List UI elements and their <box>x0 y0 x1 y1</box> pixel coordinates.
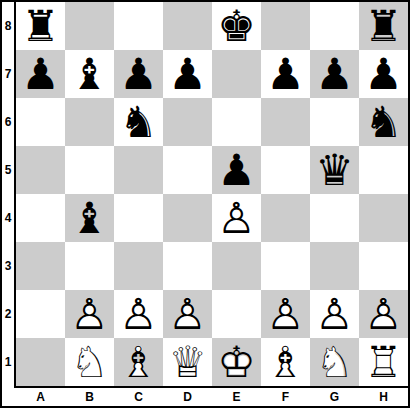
chess-diagram: 87654321 ♜♚♜♟♝♟♟♟♟♟♞♞♟♛♝♟♙♟♙♟♙♟♙♟♙♟♙♟♙♞♘… <box>0 0 410 408</box>
black-knight[interactable]: ♞ <box>359 98 408 146</box>
file-label-g: G <box>310 388 359 406</box>
rank-label-5: 5 <box>2 146 14 194</box>
square-d7[interactable]: ♟ <box>163 50 212 98</box>
chess-board: ♜♚♜♟♝♟♟♟♟♟♞♞♟♛♝♟♙♟♙♟♙♟♙♟♙♟♙♟♙♞♘♝♗♛♕♚♔♝♗♞… <box>16 2 408 388</box>
square-f5[interactable] <box>261 146 310 194</box>
black-pawn[interactable]: ♟ <box>16 50 65 98</box>
piece-outline: ♘ <box>65 338 114 386</box>
square-f1[interactable]: ♝♗ <box>261 338 310 386</box>
rank-label-6: 6 <box>2 98 14 146</box>
square-h2[interactable]: ♟♙ <box>359 290 408 338</box>
black-pawn[interactable]: ♟ <box>261 50 310 98</box>
piece-outline: ♕ <box>163 338 212 386</box>
white-pawn[interactable]: ♟♙ <box>114 290 163 338</box>
piece-outline: ♙ <box>114 290 163 338</box>
square-c8[interactable] <box>114 2 163 50</box>
square-a5[interactable] <box>16 146 65 194</box>
square-b7[interactable]: ♝ <box>65 50 114 98</box>
piece-outline: ♖ <box>359 338 408 386</box>
file-label-f: F <box>261 388 310 406</box>
black-pawn[interactable]: ♟ <box>310 50 359 98</box>
square-f2[interactable]: ♟♙ <box>261 290 310 338</box>
black-bishop[interactable]: ♝ <box>65 194 114 242</box>
square-d8[interactable] <box>163 2 212 50</box>
square-c3[interactable] <box>114 242 163 290</box>
piece-outline: ♗ <box>261 338 310 386</box>
white-queen[interactable]: ♛♕ <box>163 338 212 386</box>
black-king[interactable]: ♚ <box>212 2 261 50</box>
square-a1[interactable] <box>16 338 65 386</box>
rank-labels: 87654321 <box>2 2 16 388</box>
square-e1[interactable]: ♚♔ <box>212 338 261 386</box>
piece-outline: ♙ <box>163 290 212 338</box>
piece-outline: ♙ <box>310 290 359 338</box>
square-g2[interactable]: ♟♙ <box>310 290 359 338</box>
file-label-d: D <box>163 388 212 406</box>
piece-outline: ♘ <box>310 338 359 386</box>
file-label-c: C <box>114 388 163 406</box>
square-b8[interactable] <box>65 2 114 50</box>
rank-label-1: 1 <box>2 338 14 386</box>
square-g7[interactable]: ♟ <box>310 50 359 98</box>
piece-outline: ♙ <box>212 194 261 242</box>
white-pawn[interactable]: ♟♙ <box>212 194 261 242</box>
square-a7[interactable]: ♟ <box>16 50 65 98</box>
square-e8[interactable]: ♚ <box>212 2 261 50</box>
piece-outline: ♔ <box>212 338 261 386</box>
black-pawn[interactable]: ♟ <box>359 50 408 98</box>
square-g4[interactable] <box>310 194 359 242</box>
square-a3[interactable] <box>16 242 65 290</box>
square-d3[interactable] <box>163 242 212 290</box>
white-knight[interactable]: ♞♘ <box>310 338 359 386</box>
square-c5[interactable] <box>114 146 163 194</box>
square-b5[interactable] <box>65 146 114 194</box>
file-label-a: A <box>16 388 65 406</box>
white-pawn[interactable]: ♟♙ <box>359 290 408 338</box>
square-f6[interactable] <box>261 98 310 146</box>
square-h8[interactable]: ♜ <box>359 2 408 50</box>
file-labels: ABCDEFGH <box>16 388 408 406</box>
piece-outline: ♙ <box>359 290 408 338</box>
square-e5[interactable]: ♟ <box>212 146 261 194</box>
square-d1[interactable]: ♛♕ <box>163 338 212 386</box>
file-label-e: E <box>212 388 261 406</box>
white-knight[interactable]: ♞♘ <box>65 338 114 386</box>
square-d6[interactable] <box>163 98 212 146</box>
square-c2[interactable]: ♟♙ <box>114 290 163 338</box>
white-pawn[interactable]: ♟♙ <box>261 290 310 338</box>
square-c1[interactable]: ♝♗ <box>114 338 163 386</box>
square-h4[interactable] <box>359 194 408 242</box>
square-b3[interactable] <box>65 242 114 290</box>
piece-outline: ♙ <box>65 290 114 338</box>
square-e4[interactable]: ♟♙ <box>212 194 261 242</box>
square-f4[interactable] <box>261 194 310 242</box>
black-rook[interactable]: ♜ <box>359 2 408 50</box>
square-a8[interactable]: ♜ <box>16 2 65 50</box>
file-label-h: H <box>359 388 408 406</box>
square-c7[interactable]: ♟ <box>114 50 163 98</box>
white-pawn[interactable]: ♟♙ <box>163 290 212 338</box>
rank-label-2: 2 <box>2 290 14 338</box>
black-pawn[interactable]: ♟ <box>114 50 163 98</box>
square-e2[interactable] <box>212 290 261 338</box>
square-h1[interactable]: ♜♖ <box>359 338 408 386</box>
square-b6[interactable] <box>65 98 114 146</box>
white-pawn[interactable]: ♟♙ <box>310 290 359 338</box>
square-g5[interactable]: ♛ <box>310 146 359 194</box>
square-h3[interactable] <box>359 242 408 290</box>
corner-spacer <box>2 388 16 406</box>
black-pawn[interactable]: ♟ <box>163 50 212 98</box>
square-f8[interactable] <box>261 2 310 50</box>
square-g8[interactable] <box>310 2 359 50</box>
black-pawn[interactable]: ♟ <box>212 146 261 194</box>
black-bishop[interactable]: ♝ <box>65 50 114 98</box>
square-a4[interactable] <box>16 194 65 242</box>
square-h6[interactable]: ♞ <box>359 98 408 146</box>
square-d5[interactable] <box>163 146 212 194</box>
square-b2[interactable]: ♟♙ <box>65 290 114 338</box>
square-f3[interactable] <box>261 242 310 290</box>
square-c4[interactable] <box>114 194 163 242</box>
white-bishop[interactable]: ♝♗ <box>261 338 310 386</box>
rank-label-4: 4 <box>2 194 14 242</box>
square-a2[interactable] <box>16 290 65 338</box>
white-rook[interactable]: ♜♖ <box>359 338 408 386</box>
white-pawn[interactable]: ♟♙ <box>65 290 114 338</box>
square-h7[interactable]: ♟ <box>359 50 408 98</box>
square-f7[interactable]: ♟ <box>261 50 310 98</box>
square-g3[interactable] <box>310 242 359 290</box>
file-label-b: B <box>65 388 114 406</box>
square-e3[interactable] <box>212 242 261 290</box>
square-h5[interactable] <box>359 146 408 194</box>
black-knight[interactable]: ♞ <box>114 98 163 146</box>
square-e6[interactable] <box>212 98 261 146</box>
square-a6[interactable] <box>16 98 65 146</box>
square-c6[interactable]: ♞ <box>114 98 163 146</box>
square-e7[interactable] <box>212 50 261 98</box>
square-b1[interactable]: ♞♘ <box>65 338 114 386</box>
black-rook[interactable]: ♜ <box>16 2 65 50</box>
rank-label-3: 3 <box>2 242 14 290</box>
rank-label-7: 7 <box>2 50 14 98</box>
piece-outline: ♙ <box>261 290 310 338</box>
square-d4[interactable] <box>163 194 212 242</box>
black-queen[interactable]: ♛ <box>310 146 359 194</box>
white-bishop[interactable]: ♝♗ <box>114 338 163 386</box>
square-g1[interactable]: ♞♘ <box>310 338 359 386</box>
piece-outline: ♗ <box>114 338 163 386</box>
square-d2[interactable]: ♟♙ <box>163 290 212 338</box>
square-g6[interactable] <box>310 98 359 146</box>
white-king[interactable]: ♚♔ <box>212 338 261 386</box>
rank-label-8: 8 <box>2 2 14 50</box>
square-b4[interactable]: ♝ <box>65 194 114 242</box>
